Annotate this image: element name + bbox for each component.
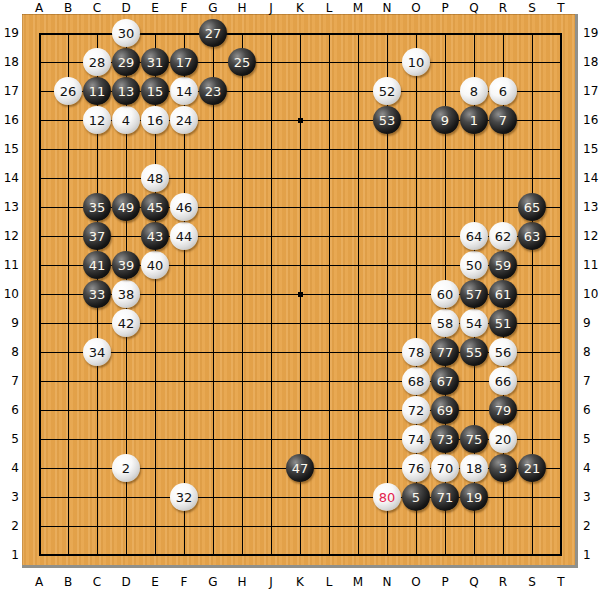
col-label-top-G: G xyxy=(202,1,224,15)
stone-black-35: 35 xyxy=(83,193,111,221)
stone-black-5: 5 xyxy=(402,483,430,511)
stone-white-68: 68 xyxy=(402,367,430,395)
stone-white-38: 38 xyxy=(112,280,140,308)
col-label-top-Q: Q xyxy=(463,1,485,15)
stone-white-10: 10 xyxy=(402,48,430,76)
grid-line-horizontal xyxy=(39,410,562,411)
col-label-top-D: D xyxy=(115,1,137,15)
stone-white-8: 8 xyxy=(460,77,488,105)
stone-black-31: 31 xyxy=(141,48,169,76)
col-label-top-M: M xyxy=(347,1,369,15)
star-point xyxy=(298,292,303,297)
stone-black-23: 23 xyxy=(199,77,227,105)
stone-black-47: 47 xyxy=(286,454,314,482)
stone-white-54: 54 xyxy=(460,309,488,337)
row-label-left-10: 10 xyxy=(0,287,19,301)
stone-black-7: 7 xyxy=(489,106,517,134)
row-label-left-6: 6 xyxy=(0,403,19,417)
stone-white-50: 50 xyxy=(460,251,488,279)
stone-black-45: 45 xyxy=(141,193,169,221)
stone-black-33: 33 xyxy=(83,280,111,308)
row-label-left-2: 2 xyxy=(0,519,19,533)
stone-white-44: 44 xyxy=(170,222,198,250)
col-label-bottom-J: J xyxy=(260,575,282,589)
col-label-top-B: B xyxy=(57,1,79,15)
col-label-bottom-P: P xyxy=(434,575,456,589)
stone-white-6: 6 xyxy=(489,77,517,105)
col-label-bottom-E: E xyxy=(144,575,166,589)
row-label-right-14: 14 xyxy=(583,171,604,185)
row-label-left-12: 12 xyxy=(0,229,19,243)
stone-black-29: 29 xyxy=(112,48,140,76)
stone-black-37: 37 xyxy=(83,222,111,250)
stone-black-49: 49 xyxy=(112,193,140,221)
row-label-right-11: 11 xyxy=(583,258,604,272)
col-label-bottom-O: O xyxy=(405,575,427,589)
col-label-bottom-F: F xyxy=(173,575,195,589)
col-label-bottom-L: L xyxy=(318,575,340,589)
stone-black-1: 1 xyxy=(460,106,488,134)
stone-white-60: 60 xyxy=(431,280,459,308)
col-label-bottom-A: A xyxy=(28,575,50,589)
stone-white-40: 40 xyxy=(141,251,169,279)
stone-white-24: 24 xyxy=(170,106,198,134)
stone-white-48: 48 xyxy=(141,164,169,192)
stone-black-51: 51 xyxy=(489,309,517,337)
stone-white-14: 14 xyxy=(170,77,198,105)
col-label-top-L: L xyxy=(318,1,340,15)
col-label-bottom-C: C xyxy=(86,575,108,589)
col-label-top-F: F xyxy=(173,1,195,15)
row-label-right-7: 7 xyxy=(583,374,604,388)
row-label-right-12: 12 xyxy=(583,229,604,243)
row-label-right-19: 19 xyxy=(583,26,604,40)
row-label-right-2: 2 xyxy=(583,519,604,533)
grid-line-horizontal xyxy=(39,554,562,556)
row-label-left-13: 13 xyxy=(0,200,19,214)
stone-black-3: 3 xyxy=(489,454,517,482)
col-label-top-H: H xyxy=(231,1,253,15)
col-label-top-C: C xyxy=(86,1,108,15)
stone-black-79: 79 xyxy=(489,396,517,424)
stone-white-12: 12 xyxy=(83,106,111,134)
stone-white-74: 74 xyxy=(402,425,430,453)
stone-black-67: 67 xyxy=(431,367,459,395)
stone-black-43: 43 xyxy=(141,222,169,250)
stone-white-66: 66 xyxy=(489,367,517,395)
row-label-right-6: 6 xyxy=(583,403,604,417)
row-label-right-17: 17 xyxy=(583,84,604,98)
row-label-left-9: 9 xyxy=(0,316,19,330)
row-label-right-1: 1 xyxy=(583,548,604,562)
stone-black-65: 65 xyxy=(518,193,546,221)
stone-black-53: 53 xyxy=(373,106,401,134)
row-label-left-17: 17 xyxy=(0,84,19,98)
stone-white-62: 62 xyxy=(489,222,517,250)
row-label-left-15: 15 xyxy=(0,142,19,156)
col-label-top-N: N xyxy=(376,1,398,15)
stone-white-72: 72 xyxy=(402,396,430,424)
stone-black-25: 25 xyxy=(228,48,256,76)
stone-white-32: 32 xyxy=(170,483,198,511)
stone-black-15: 15 xyxy=(141,77,169,105)
row-label-right-10: 10 xyxy=(583,287,604,301)
row-label-right-18: 18 xyxy=(583,55,604,69)
stone-black-61: 61 xyxy=(489,280,517,308)
stone-white-30: 30 xyxy=(112,19,140,47)
stone-white-18: 18 xyxy=(460,454,488,482)
stone-black-41: 41 xyxy=(83,251,111,279)
stone-white-56: 56 xyxy=(489,338,517,366)
col-label-bottom-B: B xyxy=(57,575,79,589)
row-label-right-15: 15 xyxy=(583,142,604,156)
col-label-bottom-D: D xyxy=(115,575,137,589)
row-label-left-7: 7 xyxy=(0,374,19,388)
stone-black-73: 73 xyxy=(431,425,459,453)
grid-line-vertical xyxy=(329,33,330,556)
row-label-right-8: 8 xyxy=(583,345,604,359)
grid-line-horizontal xyxy=(39,381,562,382)
col-label-bottom-K: K xyxy=(289,575,311,589)
col-label-top-J: J xyxy=(260,1,282,15)
row-label-left-11: 11 xyxy=(0,258,19,272)
stone-white-78: 78 xyxy=(402,338,430,366)
row-label-right-16: 16 xyxy=(583,113,604,127)
col-label-top-O: O xyxy=(405,1,427,15)
col-label-bottom-R: R xyxy=(492,575,514,589)
stone-black-27: 27 xyxy=(199,19,227,47)
stone-white-42: 42 xyxy=(112,309,140,337)
stone-black-17: 17 xyxy=(170,48,198,76)
stone-black-19: 19 xyxy=(460,483,488,511)
col-label-bottom-N: N xyxy=(376,575,398,589)
stone-white-64: 64 xyxy=(460,222,488,250)
stone-black-69: 69 xyxy=(431,396,459,424)
col-label-top-T: T xyxy=(550,1,572,15)
stone-white-26: 26 xyxy=(54,77,82,105)
row-label-left-19: 19 xyxy=(0,26,19,40)
stone-black-71: 71 xyxy=(431,483,459,511)
star-point xyxy=(298,118,303,123)
col-label-bottom-G: G xyxy=(202,575,224,589)
row-label-left-8: 8 xyxy=(0,345,19,359)
grid-line-vertical xyxy=(560,33,562,556)
stone-white-46: 46 xyxy=(170,193,198,221)
stone-white-28: 28 xyxy=(83,48,111,76)
stone-black-9: 9 xyxy=(431,106,459,134)
stone-white-52: 52 xyxy=(373,77,401,105)
stone-white-70: 70 xyxy=(431,454,459,482)
row-label-right-5: 5 xyxy=(583,432,604,446)
row-label-left-1: 1 xyxy=(0,548,19,562)
row-label-left-5: 5 xyxy=(0,432,19,446)
stone-black-77: 77 xyxy=(431,338,459,366)
row-label-left-3: 3 xyxy=(0,490,19,504)
row-label-left-18: 18 xyxy=(0,55,19,69)
col-label-bottom-S: S xyxy=(521,575,543,589)
grid-line-vertical xyxy=(358,33,359,556)
stone-white-2: 2 xyxy=(112,454,140,482)
goban[interactable]: 1234567891011121314151617181920212324252… xyxy=(22,14,578,568)
col-label-top-P: P xyxy=(434,1,456,15)
stone-black-39: 39 xyxy=(112,251,140,279)
col-label-top-K: K xyxy=(289,1,311,15)
stone-black-59: 59 xyxy=(489,251,517,279)
col-label-top-R: R xyxy=(492,1,514,15)
stone-white-76: 76 xyxy=(402,454,430,482)
stone-white-4: 4 xyxy=(112,106,140,134)
row-label-left-4: 4 xyxy=(0,461,19,475)
col-label-top-E: E xyxy=(144,1,166,15)
row-label-right-9: 9 xyxy=(583,316,604,330)
stone-black-75: 75 xyxy=(460,425,488,453)
stone-white-80: 80 xyxy=(373,483,401,511)
col-label-top-A: A xyxy=(28,1,50,15)
row-label-right-3: 3 xyxy=(583,490,604,504)
stone-black-55: 55 xyxy=(460,338,488,366)
stone-black-21: 21 xyxy=(518,454,546,482)
row-label-right-13: 13 xyxy=(583,200,604,214)
col-label-bottom-M: M xyxy=(347,575,369,589)
stone-white-16: 16 xyxy=(141,106,169,134)
col-label-bottom-T: T xyxy=(550,575,572,589)
row-label-right-4: 4 xyxy=(583,461,604,475)
row-label-left-16: 16 xyxy=(0,113,19,127)
stone-white-34: 34 xyxy=(83,338,111,366)
stone-black-11: 11 xyxy=(83,77,111,105)
col-label-top-S: S xyxy=(521,1,543,15)
stone-white-20: 20 xyxy=(489,425,517,453)
grid-line-horizontal xyxy=(39,526,562,527)
col-label-bottom-Q: Q xyxy=(463,575,485,589)
stone-black-57: 57 xyxy=(460,280,488,308)
stone-black-63: 63 xyxy=(518,222,546,250)
stone-white-58: 58 xyxy=(431,309,459,337)
col-label-bottom-H: H xyxy=(231,575,253,589)
stone-black-13: 13 xyxy=(112,77,140,105)
row-label-left-14: 14 xyxy=(0,171,19,185)
go-kifu-screen: 1234567891011121314151617181920212324252… xyxy=(0,0,604,595)
